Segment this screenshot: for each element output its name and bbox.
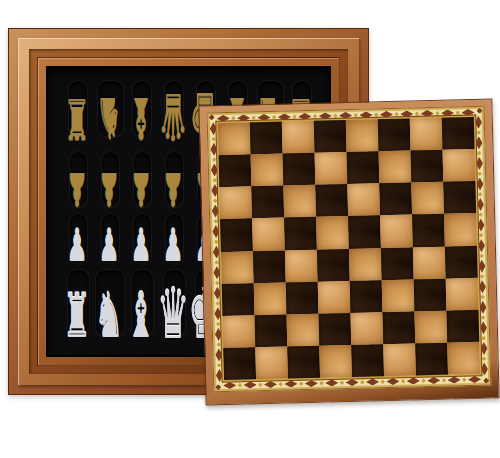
square-f7	[379, 151, 412, 184]
gold-diamond-inlay	[292, 114, 297, 119]
diamond-inlay	[284, 380, 297, 387]
gold-diamond-inlay	[374, 112, 379, 117]
diamond-inlay	[325, 379, 338, 386]
square-e5	[348, 216, 381, 249]
square-e1	[351, 344, 384, 377]
square-b5	[252, 218, 285, 251]
square-f8	[378, 118, 411, 151]
diamond-inlay	[213, 266, 220, 279]
square-h7	[443, 149, 476, 182]
gold-diamond-inlay	[380, 379, 385, 384]
diamond-inlay	[257, 114, 270, 121]
gold-diamond-inlay	[212, 157, 217, 162]
gold-diamond-inlay	[215, 301, 220, 306]
square-g4	[413, 246, 446, 279]
diamond-inlay	[480, 321, 487, 334]
gold-diamond-inlay	[478, 212, 483, 217]
square-a4	[221, 251, 254, 284]
gold-diamond-inlay	[333, 113, 338, 118]
diamond-inlay	[237, 114, 250, 121]
diamond-inlay	[211, 163, 218, 176]
square-b3	[254, 282, 287, 315]
gold-diamond-inlay	[231, 116, 236, 121]
square-g2	[414, 310, 447, 343]
square-a7	[219, 155, 252, 188]
diamond-inlay	[441, 109, 454, 116]
gold-pawn-inverted: ♟	[130, 166, 151, 212]
square-f2	[382, 311, 415, 344]
square-b8	[250, 122, 283, 155]
diamond-inlay	[400, 110, 413, 117]
diamond-inlay	[477, 198, 484, 211]
gold-diamond-inlay	[213, 219, 218, 224]
board-grid	[218, 117, 480, 380]
square-a2	[223, 315, 256, 348]
gold-diamond-inlay	[215, 281, 220, 286]
gold-diamond-inlay	[482, 356, 487, 361]
square-f6	[379, 183, 412, 216]
diamond-inlay	[264, 381, 277, 388]
square-d2	[318, 313, 351, 346]
square-g7	[411, 150, 444, 183]
square-c7	[283, 153, 316, 186]
gold-diamond-inlay	[216, 322, 221, 327]
square-h6	[443, 181, 476, 214]
inlay-corner-diamond	[483, 378, 489, 384]
diamond-inlay	[479, 280, 486, 293]
diamond-inlay	[475, 136, 482, 149]
square-h5	[444, 213, 477, 246]
gold-diamond-inlay	[476, 130, 481, 135]
square-g6	[411, 182, 444, 215]
gold-diamond-inlay	[319, 381, 324, 386]
gold-diamond-inlay	[479, 254, 484, 259]
square-c8	[282, 121, 315, 154]
square-d6	[315, 184, 348, 217]
diamond-inlay	[480, 342, 487, 355]
diamond-inlay	[359, 111, 372, 118]
product-photo: Product photo: metal chess set in a waln…	[0, 0, 500, 458]
square-c2	[287, 314, 320, 347]
inlay-corner-diamond	[215, 384, 221, 390]
square-b1	[255, 346, 288, 379]
square-b7	[251, 154, 284, 187]
diamond-inlay	[407, 377, 420, 384]
gold-diamond-inlay	[212, 178, 217, 183]
diamond-inlay	[216, 369, 223, 382]
gold-diamond-inlay	[213, 198, 218, 203]
gold-diamond-inlay	[214, 240, 219, 245]
square-d3	[318, 281, 351, 314]
gold-diamond-inlay	[478, 192, 483, 197]
square-h8	[442, 117, 475, 150]
gold-diamond-inlay	[481, 336, 486, 341]
gold-diamond-inlay	[272, 115, 277, 120]
gold-diamond-inlay	[216, 342, 221, 347]
square-c1	[287, 346, 320, 379]
chess-board	[198, 98, 499, 405]
square-h4	[445, 245, 478, 278]
diamond-inlay	[212, 225, 219, 238]
gold-diamond-inlay	[477, 171, 482, 176]
gold-diamond-inlay	[401, 379, 406, 384]
diamond-inlay	[346, 379, 359, 386]
square-h2	[446, 310, 479, 343]
gold-diamond-inlay	[442, 378, 447, 383]
square-a1	[223, 347, 256, 380]
gold-diamond-inlay	[214, 260, 219, 265]
diamond-inlay	[339, 112, 352, 119]
gold-diamond-inlay	[479, 233, 484, 238]
diamond-inlay	[210, 143, 217, 156]
silver-pawn: ♟	[67, 223, 88, 268]
diamond-inlay	[380, 111, 393, 118]
silver-queen: ♛	[157, 279, 190, 349]
diamond-inlay	[448, 376, 461, 383]
diamond-inlay	[210, 122, 217, 135]
square-c6	[283, 185, 316, 218]
gold-bishop-inverted: ♝	[128, 89, 155, 146]
inlay-corner-diamond	[477, 108, 483, 114]
diamond-inlay	[477, 218, 484, 231]
diamond-inlay	[468, 376, 481, 383]
gold-diamond-inlay	[217, 363, 222, 368]
gold-rook-inverted: ♜	[64, 90, 90, 146]
diamond-inlay	[366, 378, 379, 385]
diamond-inlay	[215, 328, 222, 341]
gold-diamond-inlay	[340, 380, 345, 385]
square-c3	[286, 281, 319, 314]
square-f1	[383, 343, 416, 376]
silver-knight: ♞	[94, 284, 123, 347]
diamond-inlay	[223, 382, 236, 389]
gold-pawn-inverted: ♟	[98, 166, 119, 212]
square-h3	[446, 277, 479, 310]
diamond-inlay	[214, 287, 221, 300]
square-b6	[251, 186, 284, 219]
square-e2	[350, 312, 383, 345]
square-g1	[415, 343, 448, 376]
square-e3	[350, 280, 383, 313]
gold-diamond-inlay	[353, 113, 358, 118]
diamond-inlay	[215, 348, 222, 361]
square-a3	[222, 283, 255, 316]
gold-diamond-inlay	[415, 111, 420, 116]
square-g3	[414, 278, 447, 311]
gold-diamond-inlay	[477, 151, 482, 156]
diamond-inlay	[427, 377, 440, 384]
diamond-inlay	[244, 381, 257, 388]
gold-diamond-inlay	[462, 377, 467, 382]
diamond-inlay	[217, 115, 230, 122]
gold-diamond-inlay	[481, 315, 486, 320]
square-f3	[382, 279, 415, 312]
square-g8	[410, 118, 443, 151]
square-f4	[381, 247, 414, 280]
gold-diamond-inlay	[211, 137, 216, 142]
diamond-inlay	[478, 239, 485, 252]
gold-diamond-inlay	[251, 115, 256, 120]
gold-diamond-inlay	[480, 274, 485, 279]
gold-diamond-inlay	[299, 381, 304, 386]
diamond-inlay	[319, 112, 332, 119]
silver-bishop: ♝	[126, 284, 155, 347]
square-d7	[315, 152, 348, 185]
diamond-inlay	[386, 378, 399, 385]
diamond-inlay	[461, 109, 474, 116]
gold-diamond-inlay	[394, 112, 399, 117]
gold-diamond-inlay	[238, 383, 243, 388]
diamond-inlay	[212, 204, 219, 217]
gold-pawn-inverted: ♟	[66, 166, 87, 212]
gold-diamond-inlay	[435, 111, 440, 116]
square-d1	[319, 345, 352, 378]
gold-diamond-inlay	[258, 382, 263, 387]
gold-queen-inverted: ♛	[158, 84, 188, 148]
diamond-inlay	[298, 113, 311, 120]
diamond-inlay	[476, 157, 483, 170]
silver-pawn: ♟	[131, 223, 152, 268]
diamond-inlay	[421, 110, 434, 117]
square-c5	[284, 217, 317, 250]
gold-diamond-inlay	[480, 295, 485, 300]
gold-diamond-inlay	[455, 110, 460, 115]
silver-pawn: ♟	[163, 223, 184, 268]
square-a8	[218, 122, 251, 155]
square-b2	[255, 314, 288, 347]
diamond-inlay	[479, 301, 486, 314]
square-e4	[349, 248, 382, 281]
diamond-inlay	[211, 184, 218, 197]
gold-diamond-inlay	[278, 382, 283, 387]
inlay-corner-diamond	[209, 114, 215, 120]
gold-diamond-inlay	[421, 378, 426, 383]
diamond-inlay	[214, 307, 221, 320]
silver-pawn: ♟	[99, 223, 120, 268]
gold-diamond-inlay	[360, 380, 365, 385]
square-e8	[346, 119, 379, 152]
square-e6	[347, 183, 380, 216]
square-a5	[220, 219, 253, 252]
square-e7	[347, 151, 380, 184]
square-f5	[380, 215, 413, 248]
diamond-inlay	[305, 380, 318, 387]
square-d8	[314, 120, 347, 153]
diamond-inlay	[481, 362, 488, 375]
square-d4	[317, 249, 350, 282]
gold-pawn-inverted: ♟	[162, 166, 183, 212]
diamond-inlay	[213, 246, 220, 259]
gold-diamond-inlay	[313, 114, 318, 119]
square-h1	[447, 342, 480, 375]
diamond-inlay	[476, 177, 483, 190]
square-a6	[219, 187, 252, 220]
square-b4	[253, 250, 286, 283]
diamond-inlay	[475, 116, 482, 129]
square-d5	[316, 216, 349, 249]
diamond-inlay	[278, 113, 291, 120]
diamond-inlay	[478, 260, 485, 273]
silver-rook: ♜	[63, 285, 91, 346]
square-c4	[285, 249, 318, 282]
gold-knight-inverted: ♞	[96, 89, 123, 146]
square-g5	[412, 214, 445, 247]
